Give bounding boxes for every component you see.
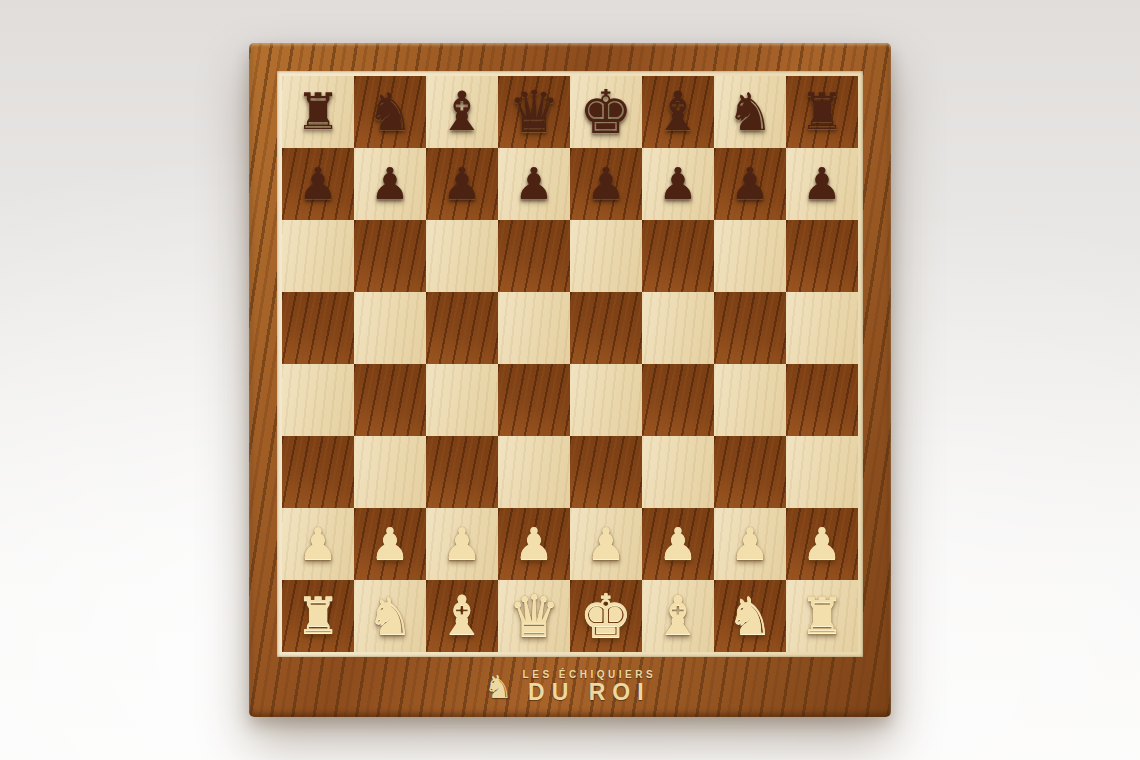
square-a4 [282, 364, 354, 436]
square-e3 [570, 436, 642, 508]
square-d5 [498, 292, 570, 364]
square-e8: ♚ [570, 76, 642, 148]
piece-black-pawn: ♟ [370, 162, 409, 206]
piece-white-king: ♚ [579, 586, 633, 646]
square-d1: ♛ [498, 580, 570, 652]
piece-black-knight: ♞ [367, 86, 414, 138]
square-h8: ♜ [786, 76, 858, 148]
board-grid: ♜♞♝♛♚♝♞♜♟♟♟♟♟♟♟♟♟♟♟♟♟♟♟♟♜♞♝♛♚♝♞♜ [282, 76, 858, 652]
piece-white-knight: ♞ [367, 590, 414, 642]
square-e2: ♟ [570, 508, 642, 580]
square-h2: ♟ [786, 508, 858, 580]
piece-white-pawn: ♟ [802, 522, 841, 566]
piece-white-pawn: ♟ [586, 522, 625, 566]
square-g6 [714, 220, 786, 292]
piece-black-pawn: ♟ [586, 162, 625, 206]
piece-white-bishop: ♝ [438, 589, 486, 643]
square-c8: ♝ [426, 76, 498, 148]
square-d4 [498, 364, 570, 436]
square-d3 [498, 436, 570, 508]
brand-text: LES ÉCHIQUIERS DU ROI [523, 670, 656, 705]
square-a7: ♟ [282, 148, 354, 220]
square-a3 [282, 436, 354, 508]
square-h5 [786, 292, 858, 364]
square-g2: ♟ [714, 508, 786, 580]
square-a5 [282, 292, 354, 364]
square-h1: ♜ [786, 580, 858, 652]
piece-white-rook: ♜ [800, 591, 845, 641]
square-h4 [786, 364, 858, 436]
piece-black-pawn: ♟ [514, 162, 553, 206]
piece-black-knight: ♞ [727, 86, 774, 138]
piece-white-pawn: ♟ [514, 522, 553, 566]
square-b3 [354, 436, 426, 508]
knight-rider-logo-icon: ♞ [484, 671, 513, 703]
square-a8: ♜ [282, 76, 354, 148]
square-b2: ♟ [354, 508, 426, 580]
square-c1: ♝ [426, 580, 498, 652]
square-b1: ♞ [354, 580, 426, 652]
square-c5 [426, 292, 498, 364]
brand-logo: ♞ LES ÉCHIQUIERS DU ROI [249, 657, 891, 717]
piece-white-pawn: ♟ [658, 522, 697, 566]
square-b4 [354, 364, 426, 436]
square-c3 [426, 436, 498, 508]
square-f4 [642, 364, 714, 436]
square-f7: ♟ [642, 148, 714, 220]
square-f1: ♝ [642, 580, 714, 652]
square-a2: ♟ [282, 508, 354, 580]
square-f2: ♟ [642, 508, 714, 580]
square-a6 [282, 220, 354, 292]
square-b6 [354, 220, 426, 292]
square-g4 [714, 364, 786, 436]
piece-black-pawn: ♟ [298, 162, 337, 206]
square-b7: ♟ [354, 148, 426, 220]
piece-white-pawn: ♟ [370, 522, 409, 566]
square-e7: ♟ [570, 148, 642, 220]
piece-black-pawn: ♟ [802, 162, 841, 206]
piece-white-pawn: ♟ [730, 522, 769, 566]
piece-black-bishop: ♝ [438, 85, 486, 139]
square-e6 [570, 220, 642, 292]
piece-black-bishop: ♝ [654, 85, 702, 139]
tablecloth-background: ♜♞♝♛♚♝♞♜♟♟♟♟♟♟♟♟♟♟♟♟♟♟♟♟♜♞♝♛♚♝♞♜ ♞ LES É… [0, 0, 1140, 760]
piece-white-pawn: ♟ [442, 522, 481, 566]
piece-white-queen: ♛ [508, 587, 560, 645]
square-d7: ♟ [498, 148, 570, 220]
square-b8: ♞ [354, 76, 426, 148]
square-g3 [714, 436, 786, 508]
piece-white-knight: ♞ [727, 590, 774, 642]
square-b5 [354, 292, 426, 364]
square-f5 [642, 292, 714, 364]
square-d6 [498, 220, 570, 292]
square-e4 [570, 364, 642, 436]
piece-white-rook: ♜ [296, 591, 341, 641]
square-h7: ♟ [786, 148, 858, 220]
square-g1: ♞ [714, 580, 786, 652]
square-g8: ♞ [714, 76, 786, 148]
square-e5 [570, 292, 642, 364]
square-f6 [642, 220, 714, 292]
square-h6 [786, 220, 858, 292]
square-h3 [786, 436, 858, 508]
square-g7: ♟ [714, 148, 786, 220]
square-c2: ♟ [426, 508, 498, 580]
piece-white-pawn: ♟ [298, 522, 337, 566]
square-d8: ♛ [498, 76, 570, 148]
square-e1: ♚ [570, 580, 642, 652]
piece-black-rook: ♜ [800, 87, 845, 137]
piece-black-pawn: ♟ [442, 162, 481, 206]
piece-black-queen: ♛ [508, 83, 560, 141]
piece-white-bishop: ♝ [654, 589, 702, 643]
square-c7: ♟ [426, 148, 498, 220]
chess-board-frame: ♜♞♝♛♚♝♞♜♟♟♟♟♟♟♟♟♟♟♟♟♟♟♟♟♜♞♝♛♚♝♞♜ ♞ LES É… [249, 43, 891, 717]
square-g5 [714, 292, 786, 364]
square-c4 [426, 364, 498, 436]
piece-black-king: ♚ [579, 82, 633, 142]
brand-line2: DU ROI [528, 680, 651, 704]
piece-black-rook: ♜ [296, 87, 341, 137]
piece-black-pawn: ♟ [730, 162, 769, 206]
square-c6 [426, 220, 498, 292]
square-a1: ♜ [282, 580, 354, 652]
square-f8: ♝ [642, 76, 714, 148]
square-f3 [642, 436, 714, 508]
square-d2: ♟ [498, 508, 570, 580]
piece-black-pawn: ♟ [658, 162, 697, 206]
board-inner-edge: ♜♞♝♛♚♝♞♜♟♟♟♟♟♟♟♟♟♟♟♟♟♟♟♟♜♞♝♛♚♝♞♜ [277, 71, 863, 657]
